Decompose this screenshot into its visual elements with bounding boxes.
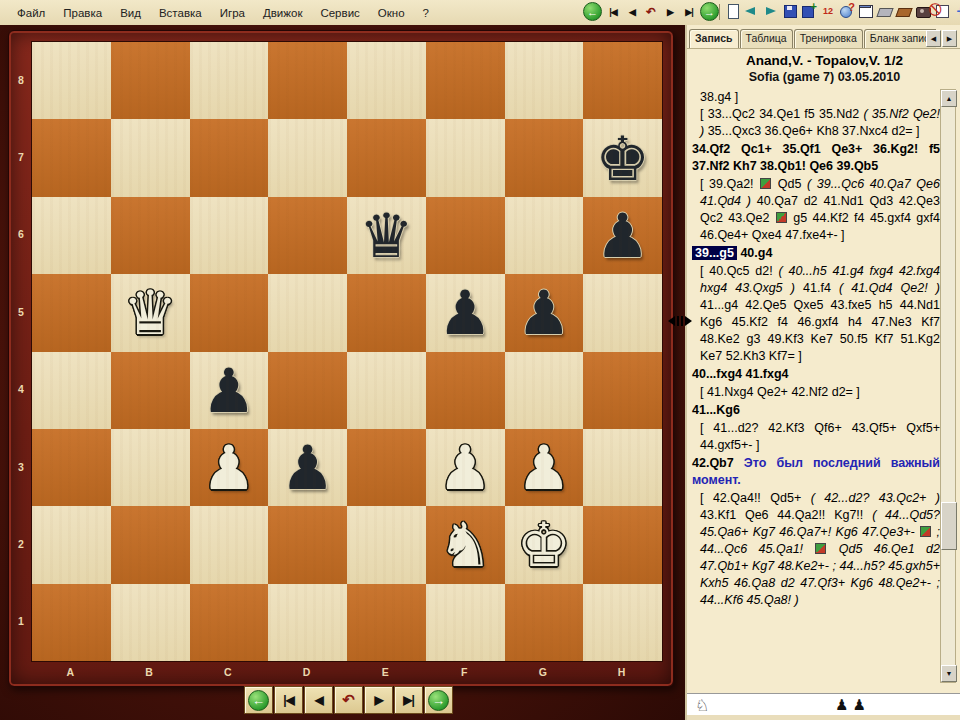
notation-panel: ЗаписьТаблицаТренировкаБланк записиКнига… <box>685 25 960 720</box>
notation-paragraph-3[interactable]: 34.Qf2 Qc1+ 35.Qf1 Qe3+ 36.Kg2! f5 37.Nf… <box>692 141 940 175</box>
chess-board[interactable]: ♚♛♟♛♟♟♟♟♟♟♟♞♚ <box>31 41 663 662</box>
black-K-piece: ♚ <box>583 119 662 196</box>
square-a1[interactable] <box>32 584 111 661</box>
square-b5[interactable]: ♛ <box>111 274 190 351</box>
jump-first-button[interactable]: |◀ <box>274 686 303 714</box>
black-P-piece: ♟ <box>268 429 347 506</box>
square-b6[interactable] <box>111 197 190 274</box>
square-a8[interactable] <box>32 42 111 119</box>
notation-paragraph-1[interactable]: 38.g4 ] <box>700 89 940 106</box>
menu-item-7[interactable]: Окно <box>369 5 414 21</box>
file-label-F: F <box>425 662 504 682</box>
eraser2-icon[interactable] <box>896 3 912 19</box>
move-text: 41.f4 <box>795 281 839 295</box>
tab-1[interactable]: Запись <box>689 29 739 48</box>
white-K-piece: ♚ <box>505 506 584 583</box>
rank-labels: 87654321 <box>11 41 31 660</box>
file-label-G: G <box>504 662 583 682</box>
square-a5[interactable] <box>32 274 111 351</box>
square-h1[interactable] <box>583 584 662 661</box>
plus-icon[interactable]: + <box>953 3 960 19</box>
file-label-C: C <box>189 662 268 682</box>
square-c5[interactable] <box>190 274 269 351</box>
bottom-nav-buttons: ←|◀◀↶▶▶|→ <box>244 686 453 714</box>
notation-scrollbar[interactable]: ▲ ▼ <box>940 89 956 683</box>
square-f1[interactable] <box>426 584 505 661</box>
square-d4[interactable] <box>268 352 347 429</box>
notation-paragraph-2[interactable]: [ 33...Qc2 34.Qe1 f5 35.Nd2 ( 35.Nf2 Qe2… <box>700 106 940 140</box>
takeback-button[interactable]: ↶ <box>334 686 363 714</box>
rank-label-6: 6 <box>11 196 31 273</box>
menu-item-6[interactable]: Сервис <box>311 5 368 21</box>
square-a7[interactable] <box>32 119 111 196</box>
boardred-icon[interactable] <box>934 3 950 19</box>
camera-icon[interactable] <box>915 3 931 19</box>
goto-start-green-button[interactable]: ← <box>583 2 602 21</box>
square-b1[interactable] <box>111 584 190 661</box>
black-P-piece: ♟ <box>190 352 269 429</box>
square-e2[interactable] <box>347 506 426 583</box>
move-text: [ 41.Nxg4 Qe2+ 42.Nf2 d2= ] <box>700 385 860 399</box>
rank-label-4: 4 <box>11 351 31 428</box>
square-e5[interactable] <box>347 274 426 351</box>
square-c3[interactable]: ♟ <box>190 429 269 506</box>
move-text: [ 41...d2? 42.Kf3 Qf6+ 43.Qf5+ Qxf5+ 44.… <box>700 421 940 452</box>
file-label-D: D <box>267 662 346 682</box>
square-c2[interactable] <box>190 506 269 583</box>
black-P-piece: ♟ <box>583 197 662 274</box>
step-back-button[interactable]: ◀ <box>624 3 640 21</box>
goto-end-green-button[interactable]: → <box>700 2 719 21</box>
saveas-icon[interactable] <box>801 3 817 19</box>
file-label-H: H <box>582 662 661 682</box>
top-nav-buttons: ←|◀◀↶▶▶|→ <box>583 2 719 21</box>
panel-bottom-strip <box>687 715 960 720</box>
menu-bar: ФайлПравкаВидВставкаИграДвижокСервисОкно… <box>0 0 960 26</box>
square-e8[interactable] <box>347 42 426 119</box>
engineq-icon[interactable] <box>839 3 855 19</box>
move-text: 41...Kg6 <box>692 403 740 417</box>
step-forward-button[interactable]: ▶ <box>364 686 393 714</box>
move-text: ( 42...d2? 43.Qc2+ ) <box>811 491 940 505</box>
move-text: 40.g4 <box>737 246 772 260</box>
notation-paragraph-8[interactable]: [ 41.Nxg4 Qe2+ 42.Nf2 d2= ] <box>700 384 940 401</box>
square-d2[interactable] <box>268 506 347 583</box>
square-c7[interactable] <box>190 119 269 196</box>
step-back-button[interactable]: ◀ <box>304 686 333 714</box>
square-d6[interactable] <box>268 197 347 274</box>
square-a3[interactable] <box>32 429 111 506</box>
square-h3[interactable] <box>583 429 662 506</box>
eraser1-icon[interactable] <box>877 3 893 19</box>
material-balance-bar: ♘ ♟♟ <box>687 693 960 716</box>
rank-label-5: 5 <box>11 273 31 350</box>
square-f2[interactable]: ♞ <box>426 506 505 583</box>
rank-label-7: 7 <box>11 118 31 195</box>
num12-icon[interactable]: 12 <box>820 3 836 19</box>
menu-item-3[interactable]: Вставка <box>150 5 211 21</box>
square-f5[interactable]: ♟ <box>426 274 505 351</box>
rank-label-8: 8 <box>11 41 31 118</box>
move-text: [ 33...Qc2 34.Qe1 f5 35.Nd2 <box>700 107 863 121</box>
square-b4[interactable] <box>111 352 190 429</box>
square-h7[interactable]: ♚ <box>583 119 662 196</box>
notation-paragraph-9[interactable]: 41...Kg6 <box>692 402 940 419</box>
notation-paragraph-11[interactable]: 42.Qb7 Это был последний важный момент. <box>692 455 940 489</box>
move-text: Qd5 <box>772 177 807 191</box>
doc-icon[interactable] <box>725 3 741 19</box>
scroll-thumb[interactable] <box>941 502 957 550</box>
rank-label-2: 2 <box>11 505 31 582</box>
square-d7[interactable] <box>268 119 347 196</box>
rank-label-3: 3 <box>11 428 31 505</box>
goto-end-green-icon: → <box>428 690 449 711</box>
arrow-l-icon[interactable] <box>744 3 760 19</box>
game-header: Anand,V. - Topalov,V. 1/2 Sofia (game 7)… <box>687 48 960 84</box>
notation-paragraph-4[interactable]: [ 39.Qa2! Qd5 ( 39...Qc6 40.Qa7 Qe6 41.Q… <box>700 176 940 244</box>
square-e4[interactable] <box>347 352 426 429</box>
toolbar-icons: 12+ <box>725 3 960 19</box>
white-P-piece: ♟ <box>190 429 269 506</box>
notation-paragraph-6[interactable]: [ 40.Qc5 d2! ( 40...h5 41.g4 fxg4 42.fxg… <box>700 263 940 365</box>
notation-paragraph-7[interactable]: 40...fxg4 41.fxg4 <box>692 366 940 383</box>
square-c6[interactable] <box>190 197 269 274</box>
white-Q-piece: ♛ <box>111 274 190 351</box>
tab-scroll-left-icon[interactable]: ◀ <box>926 30 941 47</box>
square-g8[interactable] <box>505 42 584 119</box>
square-g7[interactable] <box>505 119 584 196</box>
square-b2[interactable] <box>111 506 190 583</box>
save-icon[interactable] <box>782 3 798 19</box>
move-text: 38.g4 ] <box>700 90 738 104</box>
move-text: 42.Qb7 <box>692 456 744 470</box>
notation-pane[interactable]: 38.g4 ][ 33...Qc2 34.Qe1 f5 35.Nd2 ( 35.… <box>691 89 940 690</box>
square-d1[interactable] <box>268 584 347 661</box>
menu-item-8[interactable]: ? <box>414 5 438 21</box>
black-material: ♟♟ <box>835 696 870 714</box>
square-f4[interactable] <box>426 352 505 429</box>
resize-cursor-icon <box>668 314 692 332</box>
rank-label-1: 1 <box>11 583 31 660</box>
white-N-piece: ♞ <box>426 506 505 583</box>
menu-item-1[interactable]: Правка <box>54 5 111 21</box>
jump-last-button[interactable]: ▶| <box>394 686 423 714</box>
diagram-marker-icon <box>776 212 787 223</box>
game-title: Anand,V. - Topalov,V. 1/2 <box>687 53 960 68</box>
square-g2[interactable]: ♚ <box>505 506 584 583</box>
square-g6[interactable] <box>505 197 584 274</box>
menu-item-0[interactable]: Файл <box>8 5 54 21</box>
tab-3[interactable]: Тренировка <box>794 29 863 48</box>
square-h5[interactable] <box>583 274 662 351</box>
square-f8[interactable] <box>426 42 505 119</box>
file-labels: ABCDEFGH <box>31 662 661 682</box>
white-material: ♘ <box>695 696 709 715</box>
scroll-up-icon[interactable]: ▲ <box>941 90 957 107</box>
goto-start-green-icon: ← <box>248 690 269 711</box>
square-b3[interactable] <box>111 429 190 506</box>
jump-last-button[interactable]: ▶| <box>681 3 697 21</box>
move-text: 43.Kf1 Qe6 44.Qa2!! Kg7!! <box>700 508 872 522</box>
black-P-piece: ♟ <box>426 274 505 351</box>
white-P-piece: ♟ <box>426 429 505 506</box>
diagram-marker-icon <box>760 178 771 189</box>
square-h2[interactable] <box>583 506 662 583</box>
square-d3[interactable]: ♟ <box>268 429 347 506</box>
move-text: [ 40.Qc5 d2! <box>700 264 779 278</box>
menu-bar-items: ФайлПравкаВидВставкаИграДвижокСервисОкно… <box>0 5 438 21</box>
diagram-marker-icon <box>815 543 826 554</box>
square-g1[interactable] <box>505 584 584 661</box>
square-h8[interactable] <box>583 42 662 119</box>
menu-item-5[interactable]: Движок <box>254 5 311 21</box>
square-a6[interactable] <box>32 197 111 274</box>
notation-paragraph-5[interactable]: 39...g5 40.g4 <box>692 245 940 262</box>
move-text: 40...fxg4 41.fxg4 <box>692 367 789 381</box>
square-f3[interactable]: ♟ <box>426 429 505 506</box>
file-label-B: B <box>110 662 189 682</box>
square-d8[interactable] <box>268 42 347 119</box>
square-a4[interactable] <box>32 352 111 429</box>
takeback-button[interactable]: ↶ <box>643 3 659 21</box>
square-g5[interactable]: ♟ <box>505 274 584 351</box>
square-h6[interactable]: ♟ <box>583 197 662 274</box>
square-d5[interactable] <box>268 274 347 351</box>
square-c8[interactable] <box>190 42 269 119</box>
square-h4[interactable] <box>583 352 662 429</box>
highlighted-move[interactable]: 39...g5 <box>692 246 737 260</box>
black-P-piece: ♟ <box>505 274 584 351</box>
move-text: 34.Qf2 Qc1+ 35.Qf1 Qe3+ 36.Kg2! f5 37.Nf… <box>692 142 940 173</box>
notation-paragraph-10[interactable]: [ 41...d2? 42.Kf3 Qf6+ 43.Qf5+ Qxf5+ 44.… <box>700 420 940 454</box>
square-f6[interactable] <box>426 197 505 274</box>
square-e7[interactable] <box>347 119 426 196</box>
goto-start-green-button[interactable]: ← <box>244 686 273 714</box>
move-text: [ 39.Qa2! <box>700 177 759 191</box>
move-text: [ 42.Qa4!! Qd5+ <box>700 491 811 505</box>
step-forward-button[interactable]: ▶ <box>662 3 678 21</box>
square-b8[interactable] <box>111 42 190 119</box>
square-g4[interactable] <box>505 352 584 429</box>
toolbar-separator <box>719 4 720 20</box>
notation-paragraph-12[interactable]: [ 42.Qa4!! Qd5+ ( 42...d2? 43.Qc2+ ) 43.… <box>700 490 940 609</box>
square-c1[interactable] <box>190 584 269 661</box>
move-text: ( 41.Qd4 Qe2! ) <box>839 281 940 295</box>
square-g3[interactable]: ♟ <box>505 429 584 506</box>
arrow-r-icon[interactable] <box>763 3 779 19</box>
tab-scroll-right-icon[interactable]: ▶ <box>942 30 957 47</box>
board-frame: 87654321 ♚♛♟♛♟♟♟♟♟♟♟♞♚ ABCDEFGH <box>8 30 674 687</box>
square-c4[interactable]: ♟ <box>190 352 269 429</box>
file-label-E: E <box>346 662 425 682</box>
tab-scroll-buttons: ◀▶ <box>926 30 957 47</box>
form-icon[interactable] <box>858 3 874 19</box>
game-subtitle: Sofia (game 7) 03.05.2010 <box>687 70 960 84</box>
square-e3[interactable] <box>347 429 426 506</box>
tab-2[interactable]: Таблица <box>740 29 793 48</box>
move-text: 35...Qxc3 36.Qe6+ Kh8 37.Nxc4 d2= ] <box>704 124 919 138</box>
board-region: 87654321 ♚♛♟♛♟♟♟♟♟♟♟♞♚ ABCDEFGH ←|◀◀↶▶▶|… <box>0 25 685 720</box>
square-a2[interactable] <box>32 506 111 583</box>
square-e6[interactable]: ♛ <box>347 197 426 274</box>
file-label-A: A <box>31 662 110 682</box>
goto-end-green-button[interactable]: → <box>424 686 453 714</box>
menu-item-4[interactable]: Игра <box>211 5 254 21</box>
white-P-piece: ♟ <box>505 429 584 506</box>
square-e1[interactable] <box>347 584 426 661</box>
panel-tabs: ЗаписьТаблицаТренировкаБланк записиКнига… <box>687 29 936 48</box>
black-Q-piece: ♛ <box>347 197 426 274</box>
square-b7[interactable] <box>111 119 190 196</box>
diagram-marker-icon <box>920 526 931 537</box>
menu-item-2[interactable]: Вид <box>111 5 150 21</box>
move-text: 41...g4 42.Qe5 Qxe5 43.fxe5 h5 44.Nd1 Kg… <box>700 298 940 363</box>
jump-first-button[interactable]: |◀ <box>605 3 621 21</box>
scroll-down-icon[interactable]: ▼ <box>941 665 957 682</box>
square-f7[interactable] <box>426 119 505 196</box>
